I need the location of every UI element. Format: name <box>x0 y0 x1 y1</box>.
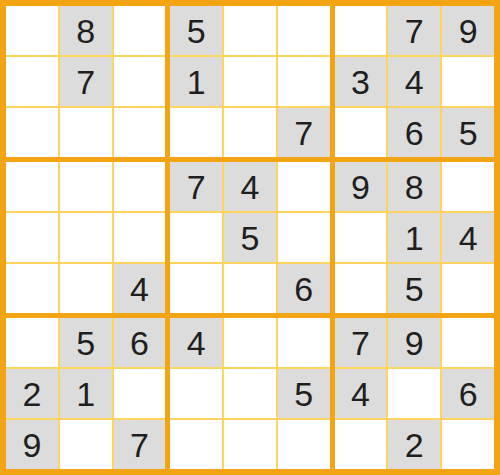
cell-r2c3[interactable] <box>114 57 166 106</box>
cell-r8c7[interactable]: 4 <box>335 369 387 418</box>
sudoku-board: 8751779346547456981455621974579462 <box>0 0 500 475</box>
cell-r5c2[interactable] <box>60 213 112 262</box>
cell-r1c6[interactable] <box>278 6 330 55</box>
cell-r2c5[interactable] <box>224 57 276 106</box>
cell-r8c5[interactable] <box>224 369 276 418</box>
cell-r6c4[interactable] <box>170 264 222 313</box>
cell-r2c6[interactable] <box>278 57 330 106</box>
cell-r4c5[interactable]: 4 <box>224 162 276 211</box>
cell-r9c9[interactable] <box>442 420 494 469</box>
cell-r2c7[interactable]: 3 <box>335 57 387 106</box>
cell-r9c4[interactable] <box>170 420 222 469</box>
cell-r7c4[interactable]: 4 <box>170 318 222 367</box>
cell-r6c5[interactable] <box>224 264 276 313</box>
cell-r8c3[interactable] <box>114 369 166 418</box>
cell-r4c6[interactable] <box>278 162 330 211</box>
cell-r3c3[interactable] <box>114 108 166 157</box>
cell-r1c8[interactable]: 7 <box>388 6 440 55</box>
cell-r1c9[interactable]: 9 <box>442 6 494 55</box>
cell-r8c1[interactable]: 2 <box>6 369 58 418</box>
block-4: 4 <box>6 162 165 313</box>
cell-r3c8[interactable]: 6 <box>388 108 440 157</box>
block-7: 562197 <box>6 318 165 469</box>
cell-r5c4[interactable] <box>170 213 222 262</box>
cell-r4c8[interactable]: 8 <box>388 162 440 211</box>
cell-r8c4[interactable] <box>170 369 222 418</box>
cell-r3c2[interactable] <box>60 108 112 157</box>
cell-r9c3[interactable]: 7 <box>114 420 166 469</box>
cell-r2c2[interactable]: 7 <box>60 57 112 106</box>
cell-r8c6[interactable]: 5 <box>278 369 330 418</box>
block-9: 79462 <box>335 318 494 469</box>
cell-r5c7[interactable] <box>335 213 387 262</box>
block-2: 517 <box>170 6 329 157</box>
cell-r6c2[interactable] <box>60 264 112 313</box>
cell-r5c6[interactable] <box>278 213 330 262</box>
cell-r7c5[interactable] <box>224 318 276 367</box>
cell-r1c7[interactable] <box>335 6 387 55</box>
cell-r9c2[interactable] <box>60 420 112 469</box>
cell-r3c9[interactable]: 5 <box>442 108 494 157</box>
cell-r6c7[interactable] <box>335 264 387 313</box>
cell-r5c5[interactable]: 5 <box>224 213 276 262</box>
cell-r9c8[interactable]: 2 <box>388 420 440 469</box>
cell-r4c9[interactable] <box>442 162 494 211</box>
cell-r7c3[interactable]: 6 <box>114 318 166 367</box>
cell-r9c7[interactable] <box>335 420 387 469</box>
block-6: 98145 <box>335 162 494 313</box>
cell-r6c9[interactable] <box>442 264 494 313</box>
cell-r3c7[interactable] <box>335 108 387 157</box>
cell-r4c7[interactable]: 9 <box>335 162 387 211</box>
cell-r8c9[interactable]: 6 <box>442 369 494 418</box>
cell-r7c9[interactable] <box>442 318 494 367</box>
cell-r9c5[interactable] <box>224 420 276 469</box>
cell-r3c4[interactable] <box>170 108 222 157</box>
cell-r8c8[interactable] <box>388 369 440 418</box>
cell-r2c1[interactable] <box>6 57 58 106</box>
cell-r7c1[interactable] <box>6 318 58 367</box>
cell-r9c1[interactable]: 9 <box>6 420 58 469</box>
cell-r7c2[interactable]: 5 <box>60 318 112 367</box>
block-3: 793465 <box>335 6 494 157</box>
cell-r6c3[interactable]: 4 <box>114 264 166 313</box>
cell-r3c1[interactable] <box>6 108 58 157</box>
cell-r6c6[interactable]: 6 <box>278 264 330 313</box>
cell-r4c4[interactable]: 7 <box>170 162 222 211</box>
cell-r1c1[interactable] <box>6 6 58 55</box>
cell-r1c2[interactable]: 8 <box>60 6 112 55</box>
cell-r4c3[interactable] <box>114 162 166 211</box>
block-5: 7456 <box>170 162 329 313</box>
cell-r7c7[interactable]: 7 <box>335 318 387 367</box>
cell-r2c8[interactable]: 4 <box>388 57 440 106</box>
cell-r5c9[interactable]: 4 <box>442 213 494 262</box>
cell-r7c6[interactable] <box>278 318 330 367</box>
cell-r1c3[interactable] <box>114 6 166 55</box>
cell-r3c6[interactable]: 7 <box>278 108 330 157</box>
cell-r8c2[interactable]: 1 <box>60 369 112 418</box>
block-8: 45 <box>170 318 329 469</box>
cell-r2c9[interactable] <box>442 57 494 106</box>
cell-r5c3[interactable] <box>114 213 166 262</box>
cell-r5c1[interactable] <box>6 213 58 262</box>
cell-r4c2[interactable] <box>60 162 112 211</box>
cell-r9c6[interactable] <box>278 420 330 469</box>
cell-r2c4[interactable]: 1 <box>170 57 222 106</box>
cell-r1c4[interactable]: 5 <box>170 6 222 55</box>
cell-r6c8[interactable]: 5 <box>388 264 440 313</box>
cell-r7c8[interactable]: 9 <box>388 318 440 367</box>
block-1: 87 <box>6 6 165 157</box>
cell-r5c8[interactable]: 1 <box>388 213 440 262</box>
cell-r1c5[interactable] <box>224 6 276 55</box>
cell-r3c5[interactable] <box>224 108 276 157</box>
cell-r4c1[interactable] <box>6 162 58 211</box>
cell-r6c1[interactable] <box>6 264 58 313</box>
